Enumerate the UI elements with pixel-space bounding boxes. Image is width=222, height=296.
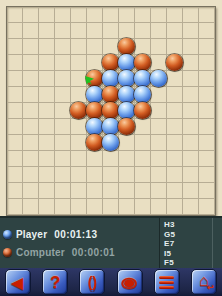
board-cell-L7[interactable]	[183, 103, 199, 119]
board-cell-M13[interactable]	[199, 199, 215, 215]
board-cell-E8[interactable]	[71, 119, 87, 135]
blue-piece[interactable]	[118, 86, 135, 103]
board-cell-G4[interactable]	[103, 55, 119, 71]
board-cell-E5[interactable]	[71, 71, 87, 87]
computer-red-ball-icon	[3, 248, 12, 257]
move-item: I5	[164, 249, 212, 259]
board-cell-J10[interactable]	[151, 151, 167, 167]
board-cell-K8[interactable]	[167, 119, 183, 135]
board-cell-L8[interactable]	[183, 119, 199, 135]
board-cell-D13[interactable]	[55, 199, 71, 215]
board-cell-E10[interactable]	[71, 151, 87, 167]
board-cell-A9[interactable]	[7, 135, 23, 151]
board-cell-J2[interactable]	[151, 23, 167, 39]
board-cell-B12[interactable]	[23, 183, 39, 199]
red-piece[interactable]	[118, 118, 135, 135]
board-cell-H3[interactable]	[119, 39, 135, 55]
board-cell-I6[interactable]	[135, 87, 151, 103]
board-cell-K3[interactable]	[167, 39, 183, 55]
blue-piece[interactable]	[118, 102, 135, 119]
board-cell-D6[interactable]	[55, 87, 71, 103]
board-cell-D3[interactable]	[55, 39, 71, 55]
board-cell-I9[interactable]	[135, 135, 151, 151]
red-piece[interactable]	[166, 54, 183, 71]
board-grid[interactable]	[7, 7, 215, 215]
blue-piece[interactable]	[134, 86, 151, 103]
board-cell-F3[interactable]	[87, 39, 103, 55]
board-cell-C8[interactable]	[39, 119, 55, 135]
help-icon: ?	[50, 274, 60, 291]
board-cell-H7[interactable]	[119, 103, 135, 119]
blue-piece[interactable]	[102, 70, 119, 87]
board-cell-B4[interactable]	[23, 55, 39, 71]
board-cell-C3[interactable]	[39, 39, 55, 55]
board-cell-G2[interactable]	[103, 23, 119, 39]
board-cell-A5[interactable]	[7, 71, 23, 87]
player-timer-row: Player 00:01:13	[3, 228, 97, 240]
exit-arrow-icon: ↩	[207, 283, 214, 292]
board-cell-L10[interactable]	[183, 151, 199, 167]
blue-piece[interactable]	[86, 118, 103, 135]
blue-piece[interactable]	[134, 70, 151, 87]
red-piece[interactable]	[102, 86, 119, 103]
red-piece[interactable]	[86, 134, 103, 151]
board-cell-L11[interactable]	[183, 167, 199, 183]
board-cell-E3[interactable]	[71, 39, 87, 55]
board-cell-F10[interactable]	[87, 151, 103, 167]
board-cell-G9[interactable]	[103, 135, 119, 151]
board-cell-F5[interactable]	[87, 71, 103, 87]
computer-label: Computer	[16, 247, 65, 258]
board-cell-C11[interactable]	[39, 167, 55, 183]
board-cell-F9[interactable]	[87, 135, 103, 151]
board-cell-L2[interactable]	[183, 23, 199, 39]
board-cell-H2[interactable]	[119, 23, 135, 39]
board-cell-B1[interactable]	[23, 7, 39, 23]
move-item: F5	[164, 258, 212, 268]
board-cell-M7[interactable]	[199, 103, 215, 119]
red-piece[interactable]	[102, 54, 119, 71]
board-cell-J9[interactable]	[151, 135, 167, 151]
board-cell-F1[interactable]	[87, 7, 103, 23]
board-cell-E6[interactable]	[71, 87, 87, 103]
red-piece[interactable]	[134, 102, 151, 119]
board-cell-F4[interactable]	[87, 55, 103, 71]
blue-piece[interactable]	[102, 134, 119, 151]
board-cell-C4[interactable]	[39, 55, 55, 71]
board-cell-I8[interactable]	[135, 119, 151, 135]
board-cell-G11[interactable]	[103, 167, 119, 183]
menu-bar	[159, 276, 174, 279]
back-button[interactable]: ◀	[5, 269, 31, 295]
board-frame	[6, 6, 216, 216]
board-cell-D11[interactable]	[55, 167, 71, 183]
board-cell-G5[interactable]	[103, 71, 119, 87]
board-cell-I11[interactable]	[135, 167, 151, 183]
board-cell-F11[interactable]	[87, 167, 103, 183]
board-cell-F6[interactable]	[87, 87, 103, 103]
move-list[interactable]: H3G5E7I5F5	[159, 218, 213, 268]
player-label: Player	[16, 229, 47, 240]
board-cell-B2[interactable]	[23, 23, 39, 39]
red-piece[interactable]	[86, 102, 103, 119]
board-cell-C6[interactable]	[39, 87, 55, 103]
exit-button[interactable]: ⌂↩	[191, 269, 217, 295]
board-cell-I1[interactable]	[135, 7, 151, 23]
board-cell-E12[interactable]	[71, 183, 87, 199]
board-cell-I3[interactable]	[135, 39, 151, 55]
board-cell-B9[interactable]	[23, 135, 39, 151]
board-cell-M12[interactable]	[199, 183, 215, 199]
player-blue-ball-icon	[3, 230, 12, 239]
board-cell-F8[interactable]	[87, 119, 103, 135]
board-cell-K4[interactable]	[167, 55, 183, 71]
info-panel: Player 00:01:13 Computer 00:00:01 H3G5E7…	[0, 216, 222, 268]
board-cell-M1[interactable]	[199, 7, 215, 23]
move-item: H3	[164, 220, 212, 230]
move-item: E7	[164, 239, 212, 249]
board-cell-C13[interactable]	[39, 199, 55, 215]
red-piece[interactable]	[102, 102, 119, 119]
board-cell-K11[interactable]	[167, 167, 183, 183]
board-cell-E7[interactable]	[71, 103, 87, 119]
board-cell-K10[interactable]	[167, 151, 183, 167]
blue-piece[interactable]	[86, 86, 103, 103]
board-cell-D8[interactable]	[55, 119, 71, 135]
computer-timer-row: Computer 00:00:01	[3, 246, 115, 258]
board-cell-A6[interactable]	[7, 87, 23, 103]
board-cell-I4[interactable]	[135, 55, 151, 71]
board-cell-K9[interactable]	[167, 135, 183, 151]
gomoku-app: Player 00:01:13 Computer 00:00:01 H3G5E7…	[0, 0, 222, 296]
board-cell-G6[interactable]	[103, 87, 119, 103]
board-cell-I7[interactable]	[135, 103, 151, 119]
board-cell-M4[interactable]	[199, 55, 215, 71]
board-cell-C5[interactable]	[39, 71, 55, 87]
board-cell-I12[interactable]	[135, 183, 151, 199]
board-cell-K6[interactable]	[167, 87, 183, 103]
board-cell-L5[interactable]	[183, 71, 199, 87]
board-cell-L1[interactable]	[183, 7, 199, 23]
board-cell-J6[interactable]	[151, 87, 167, 103]
blue-piece[interactable]	[118, 70, 135, 87]
board-cell-A12[interactable]	[7, 183, 23, 199]
red-piece[interactable]	[118, 38, 135, 55]
board-cell-D7[interactable]	[55, 103, 71, 119]
board-cell-C1[interactable]	[39, 7, 55, 23]
board-cell-E2[interactable]	[71, 23, 87, 39]
move-item: G5	[164, 230, 212, 240]
restart-button[interactable]: ()	[79, 269, 105, 295]
board-cell-J7[interactable]	[151, 103, 167, 119]
board-cell-B11[interactable]	[23, 167, 39, 183]
board-cell-A3[interactable]	[7, 39, 23, 55]
board-cell-M11[interactable]	[199, 167, 215, 183]
board-cell-E9[interactable]	[71, 135, 87, 151]
board-cell-H5[interactable]	[119, 71, 135, 87]
board-cell-M8[interactable]	[199, 119, 215, 135]
eye-icon: ◉	[121, 275, 137, 289]
eye-button[interactable]: ◉	[117, 269, 143, 295]
board-cell-B5[interactable]	[23, 71, 39, 87]
board-cell-J3[interactable]	[151, 39, 167, 55]
board-cell-L4[interactable]	[183, 55, 199, 71]
board-cell-H6[interactable]	[119, 87, 135, 103]
menu-icon	[159, 276, 174, 289]
board-cell-F7[interactable]	[87, 103, 103, 119]
board-cell-B10[interactable]	[23, 151, 39, 167]
board-cell-G3[interactable]	[103, 39, 119, 55]
toolbar: ◀?()◉⌂↩	[0, 268, 222, 296]
board-cell-K7[interactable]	[167, 103, 183, 119]
board-cell-C2[interactable]	[39, 23, 55, 39]
board-cell-I5[interactable]	[135, 71, 151, 87]
board-cell-A4[interactable]	[7, 55, 23, 71]
board-cell-A2[interactable]	[7, 23, 23, 39]
menu-bar	[159, 286, 174, 289]
blue-piece[interactable]	[150, 70, 167, 87]
board-cell-F12[interactable]	[87, 183, 103, 199]
blue-piece[interactable]	[118, 54, 135, 71]
board-cell-H12[interactable]	[119, 183, 135, 199]
board-cell-C9[interactable]	[39, 135, 55, 151]
board-cell-B13[interactable]	[23, 199, 39, 215]
board-cell-B7[interactable]	[23, 103, 39, 119]
board-cell-D4[interactable]	[55, 55, 71, 71]
board-cell-H11[interactable]	[119, 167, 135, 183]
board-cell-A8[interactable]	[7, 119, 23, 135]
board-cell-D9[interactable]	[55, 135, 71, 151]
board-cell-C12[interactable]	[39, 183, 55, 199]
board-cell-H1[interactable]	[119, 7, 135, 23]
board-cell-D2[interactable]	[55, 23, 71, 39]
board-cell-J12[interactable]	[151, 183, 167, 199]
board-cell-L13[interactable]	[183, 199, 199, 215]
board-cell-G13[interactable]	[103, 199, 119, 215]
red-piece[interactable]	[70, 102, 87, 119]
board-cell-G10[interactable]	[103, 151, 119, 167]
board-cell-M9[interactable]	[199, 135, 215, 151]
board-cell-M10[interactable]	[199, 151, 215, 167]
board-cell-E13[interactable]	[71, 199, 87, 215]
board-cell-L9[interactable]	[183, 135, 199, 151]
board-cell-M5[interactable]	[199, 71, 215, 87]
board-cell-E1[interactable]	[71, 7, 87, 23]
board-cell-J8[interactable]	[151, 119, 167, 135]
menu-bar	[159, 281, 174, 284]
board-cell-D1[interactable]	[55, 7, 71, 23]
board-cell-A11[interactable]	[7, 167, 23, 183]
board-cell-K5[interactable]	[167, 71, 183, 87]
board-cell-A10[interactable]	[7, 151, 23, 167]
red-piece[interactable]	[134, 54, 151, 71]
board-cell-H9[interactable]	[119, 135, 135, 151]
board-cell-H10[interactable]	[119, 151, 135, 167]
board-cell-D5[interactable]	[55, 71, 71, 87]
board-cell-J11[interactable]	[151, 167, 167, 183]
board-cell-H13[interactable]	[119, 199, 135, 215]
player-time: 00:01:13	[54, 229, 97, 240]
computer-time: 00:00:01	[72, 247, 115, 258]
board-cell-C10[interactable]	[39, 151, 55, 167]
board-cell-E4[interactable]	[71, 55, 87, 71]
blue-piece[interactable]	[102, 118, 119, 135]
board-cell-D12[interactable]	[55, 183, 71, 199]
board-cell-G7[interactable]	[103, 103, 119, 119]
board-cell-G8[interactable]	[103, 119, 119, 135]
board-cell-G12[interactable]	[103, 183, 119, 199]
board-cell-K2[interactable]	[167, 23, 183, 39]
board-cell-F13[interactable]	[87, 199, 103, 215]
board-cell-E11[interactable]	[71, 167, 87, 183]
board-cell-M3[interactable]	[199, 39, 215, 55]
menu-button[interactable]	[154, 269, 180, 295]
board-cell-I10[interactable]	[135, 151, 151, 167]
board-cell-K13[interactable]	[167, 199, 183, 215]
board-cell-K1[interactable]	[167, 7, 183, 23]
board-cell-J13[interactable]	[151, 199, 167, 215]
board-cell-J1[interactable]	[151, 7, 167, 23]
board-cell-A7[interactable]	[7, 103, 23, 119]
board-cell-D10[interactable]	[55, 151, 71, 167]
board-cell-K12[interactable]	[167, 183, 183, 199]
board-cell-L6[interactable]	[183, 87, 199, 103]
board-cell-I2[interactable]	[135, 23, 151, 39]
board-cell-J5[interactable]	[151, 71, 167, 87]
board-cell-L3[interactable]	[183, 39, 199, 55]
board-cell-G1[interactable]	[103, 7, 119, 23]
restart-icon: ()	[88, 274, 97, 289]
board-cell-A1[interactable]	[7, 7, 23, 23]
board-cell-L12[interactable]	[183, 183, 199, 199]
board-cell-J4[interactable]	[151, 55, 167, 71]
board-cell-B6[interactable]	[23, 87, 39, 103]
board-cell-H4[interactable]	[119, 55, 135, 71]
board-cell-I13[interactable]	[135, 199, 151, 215]
board-cell-B3[interactable]	[23, 39, 39, 55]
board-cell-A13[interactable]	[7, 199, 23, 215]
board-cell-H8[interactable]	[119, 119, 135, 135]
help-button[interactable]: ?	[42, 269, 68, 295]
board-cell-C7[interactable]	[39, 103, 55, 119]
board-cell-F2[interactable]	[87, 23, 103, 39]
back-icon: ◀	[11, 275, 23, 290]
board-cell-M2[interactable]	[199, 23, 215, 39]
board-cell-M6[interactable]	[199, 87, 215, 103]
board-cell-B8[interactable]	[23, 119, 39, 135]
